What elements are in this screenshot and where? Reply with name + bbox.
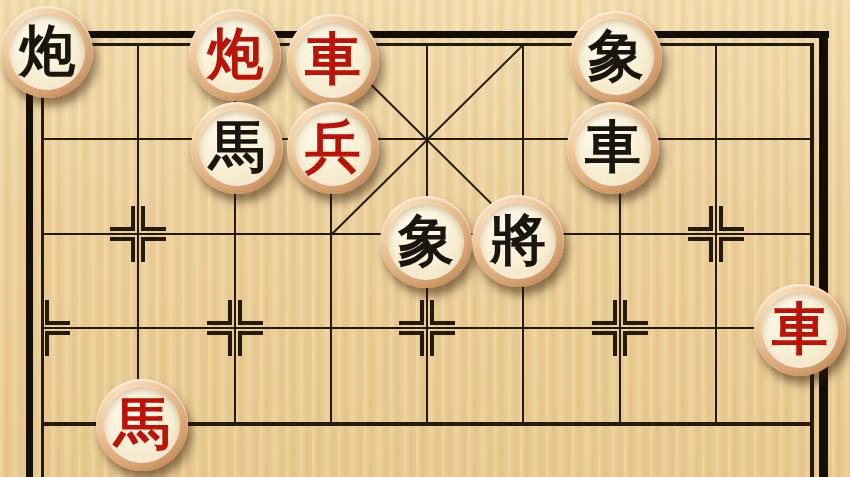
piece-black-elephant[interactable]: 象	[570, 11, 662, 103]
piece-face: 車	[575, 110, 651, 186]
marker-bracket	[688, 206, 713, 231]
piece-black-general[interactable]: 將	[472, 195, 564, 287]
piece-character: 車	[772, 300, 828, 356]
piece-character: 象	[398, 212, 454, 268]
marker-bracket	[623, 300, 648, 325]
piece-red-chariot[interactable]: 車	[754, 284, 846, 376]
piece-black-elephant[interactable]: 象	[380, 196, 472, 288]
marker-bracket	[45, 331, 70, 356]
piece-black-chariot[interactable]: 車	[567, 102, 659, 194]
marker-bracket	[110, 206, 135, 231]
piece-character: 將	[490, 211, 546, 267]
grid-vline-8	[810, 43, 814, 477]
marker-bracket	[207, 331, 232, 356]
marker-bracket	[688, 237, 713, 262]
border-left	[26, 31, 33, 477]
piece-face: 象	[578, 19, 654, 95]
piece-red-soldier[interactable]: 兵	[287, 102, 379, 194]
border-top	[26, 31, 829, 38]
marker-bracket	[430, 300, 455, 325]
marker-bracket	[399, 300, 424, 325]
point-marker-f2-r3	[207, 300, 263, 356]
marker-bracket	[592, 331, 617, 356]
marker-bracket	[399, 331, 424, 356]
xiangqi-board: 炮炮車象馬兵車象將車馬	[0, 0, 850, 477]
piece-face: 將	[480, 203, 556, 279]
marker-bracket	[719, 206, 744, 231]
marker-bracket	[207, 300, 232, 325]
piece-character: 車	[585, 118, 641, 174]
piece-face: 象	[388, 204, 464, 280]
piece-face: 炮	[9, 14, 85, 90]
piece-red-cannon[interactable]: 炮	[189, 9, 281, 101]
piece-character: 馬	[209, 118, 265, 174]
marker-bracket	[110, 237, 135, 262]
marker-bracket	[719, 237, 744, 262]
marker-bracket	[45, 300, 70, 325]
piece-black-cannon[interactable]: 炮	[1, 6, 93, 98]
point-marker-f4-r3	[399, 300, 455, 356]
point-marker-f7-r2	[688, 206, 744, 262]
point-marker-f1-r2	[110, 206, 166, 262]
marker-bracket	[623, 331, 648, 356]
piece-black-horse[interactable]: 馬	[191, 102, 283, 194]
piece-character: 炮	[207, 25, 263, 81]
piece-face: 炮	[197, 17, 273, 93]
marker-bracket	[238, 331, 263, 356]
piece-character: 兵	[305, 118, 361, 174]
point-marker-f0-r3	[14, 300, 70, 356]
piece-red-chariot[interactable]: 車	[287, 14, 379, 106]
marker-bracket	[430, 331, 455, 356]
piece-character: 象	[588, 27, 644, 83]
border-right	[819, 31, 828, 477]
piece-face: 車	[762, 292, 838, 368]
grid-vline-0	[41, 43, 44, 477]
piece-red-horse[interactable]: 馬	[96, 379, 188, 471]
piece-face: 兵	[295, 110, 371, 186]
piece-character: 馬	[114, 395, 170, 451]
piece-character: 車	[305, 30, 361, 86]
piece-face: 馬	[199, 110, 275, 186]
marker-bracket	[141, 206, 166, 231]
marker-bracket	[592, 300, 617, 325]
piece-face: 車	[295, 22, 371, 98]
piece-character: 炮	[19, 22, 75, 78]
point-marker-f6-r3	[592, 300, 648, 356]
piece-face: 馬	[104, 387, 180, 463]
marker-bracket	[141, 237, 166, 262]
marker-bracket	[238, 300, 263, 325]
